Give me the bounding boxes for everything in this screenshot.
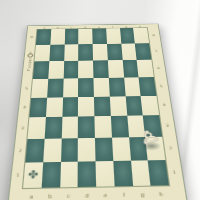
rank-label-right-1: 1 [165,160,183,185]
square-d1[interactable] [78,161,96,187]
square-a7[interactable] [34,45,50,62]
rank-label-right-6: 6 [151,59,166,77]
rank-label-left-4: 4 [18,98,31,118]
rank-label-right-7: 7 [149,43,163,59]
file-label-top-g: g [119,25,133,29]
square-d4[interactable] [78,96,94,116]
square-e8[interactable] [92,28,107,44]
square-d8[interactable] [78,29,92,45]
square-f7[interactable] [107,44,122,61]
rank-label-right-8: 8 [147,28,161,43]
square-d5[interactable] [78,78,94,97]
square-e1[interactable] [96,161,115,187]
square-b2[interactable] [43,139,61,163]
square-d7[interactable] [78,44,93,61]
chess-board: ✤ abcdefgh abcdefgh 87654321 87654321 CH… [7,24,188,200]
rank-label-left-1: 1 [10,163,25,189]
square-c5[interactable] [63,78,79,97]
square-b5[interactable] [47,78,63,97]
file-label-b: b [40,187,59,200]
square-a2[interactable] [25,139,44,163]
square-e2[interactable] [95,138,113,162]
square-e4[interactable] [94,96,111,116]
square-b4[interactable] [46,97,63,117]
file-label-f: f [114,186,134,200]
board-grid: ✤ [23,28,169,188]
square-c8[interactable] [64,29,78,45]
square-c1[interactable] [60,162,78,188]
square-b7[interactable] [49,44,64,61]
file-label-top-e: e [92,25,106,29]
rank-label-left-2: 2 [13,139,27,163]
file-label-top-c: c [65,25,79,29]
square-b3[interactable] [44,117,62,139]
square-d2[interactable] [78,138,96,162]
rank-label-left-8: 8 [26,29,37,45]
square-c6[interactable] [63,61,78,79]
square-f5[interactable] [109,77,126,96]
square-c7[interactable] [64,44,79,61]
rank-label-right-5: 5 [154,77,169,96]
file-label-e: e [96,186,115,200]
file-label-top-d: d [79,25,93,29]
square-b1[interactable] [41,162,60,188]
square-f3[interactable] [111,116,129,138]
file-label-top-h: h [133,24,147,28]
square-b6[interactable] [48,61,64,79]
file-label-d: d [78,187,97,200]
file-label-a: a [22,188,42,200]
file-labels-bottom: abcdefgh [22,185,172,200]
square-e7[interactable] [93,44,108,61]
corner-emblem-icon: ✤ [23,162,43,188]
square-c3[interactable] [61,117,78,139]
file-label-g: g [133,186,153,200]
file-label-top-f: f [106,25,120,29]
square-a8[interactable] [36,29,51,45]
rank-label-right-4: 4 [156,95,172,115]
rank-label-left-5: 5 [20,79,33,98]
photo-scene: ✤ abcdefgh abcdefgh 87654321 87654321 CH… [0,0,200,200]
square-a1[interactable]: ✤ [23,162,43,188]
toppled-white-pawn[interactable]: ♙ [136,129,172,157]
square-a6[interactable] [33,61,49,79]
square-f6[interactable] [108,60,124,78]
file-label-c: c [59,187,78,200]
file-label-h: h [151,185,171,200]
square-d6[interactable] [78,60,93,78]
square-f4[interactable] [110,96,127,116]
file-label-top-a: a [37,26,51,30]
square-f2[interactable] [112,138,131,162]
brand-mark: CHESS [25,53,34,68]
square-b8[interactable] [50,29,65,45]
square-e3[interactable] [94,116,111,138]
square-f8[interactable] [106,28,121,44]
square-d3[interactable] [78,117,95,139]
brand-text: CHESS [27,58,32,68]
square-c4[interactable] [62,97,78,117]
rank-label-left-3: 3 [16,118,30,140]
brand-logo-icon [27,53,33,57]
square-a5[interactable] [31,79,48,98]
square-a4[interactable] [29,97,47,117]
file-label-top-b: b [51,26,65,30]
square-e5[interactable] [93,78,109,97]
square-f1[interactable] [113,161,133,187]
square-e6[interactable] [93,60,109,78]
square-a3[interactable] [27,117,45,139]
square-c2[interactable] [60,138,78,162]
